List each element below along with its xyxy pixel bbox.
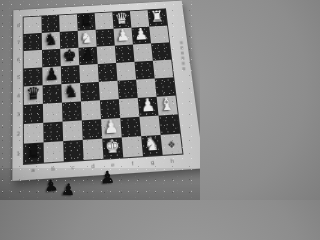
black-queen-a4[interactable]: ♛ (26, 84, 40, 102)
square-f6[interactable] (115, 45, 135, 63)
rank-label-5: 5 (14, 68, 23, 87)
square-c1[interactable] (63, 140, 83, 161)
square-e5[interactable] (98, 63, 118, 82)
square-g6[interactable] (133, 43, 153, 61)
rank-label-6: 6 (14, 50, 23, 68)
square-c8[interactable] (59, 14, 77, 32)
square-e8[interactable] (95, 12, 114, 29)
black-pawn-b5[interactable]: ♟ (45, 65, 59, 83)
board-brand-print: ≡≡≡≡≡≡ (179, 41, 192, 117)
captured-black-pawn: ♟ (43, 175, 59, 195)
black-knight-b7[interactable]: ♞ (44, 31, 58, 48)
white-pawn-f7[interactable]: ♟ (116, 27, 131, 44)
white-queen-f8[interactable]: ♛ (114, 10, 129, 26)
square-f2[interactable] (120, 117, 141, 138)
square-b5[interactable]: ♟ (42, 66, 61, 85)
square-b4[interactable] (43, 84, 62, 104)
rank-coordinate-labels: 87654321 (13, 17, 22, 164)
white-king-e1[interactable]: ♚ (105, 136, 121, 156)
square-g1[interactable]: ♞ (141, 135, 162, 156)
square-d4[interactable] (80, 82, 100, 102)
square-a1[interactable]: ♜ (24, 142, 44, 163)
rank-label-8: 8 (14, 17, 23, 34)
file-label-h: h (162, 155, 183, 167)
square-b3[interactable] (43, 103, 63, 123)
square-g7[interactable]: ♟ (131, 27, 151, 45)
square-h1[interactable]: ❖ (161, 134, 183, 155)
white-rook-h8[interactable]: ♜ (150, 8, 165, 24)
black-rook-a1[interactable]: ♜ (26, 141, 41, 161)
square-a7[interactable] (24, 33, 42, 51)
square-b7[interactable]: ♞ (42, 32, 61, 50)
rank-label-7: 7 (14, 33, 23, 51)
square-c6[interactable]: ♚ (60, 48, 79, 67)
black-pawn-d6[interactable]: ♟ (81, 46, 96, 63)
square-f5[interactable] (116, 62, 136, 81)
square-e4[interactable] (99, 81, 119, 101)
square-d5[interactable] (79, 64, 99, 83)
square-a3[interactable] (24, 104, 43, 124)
captured-black-pawn: ♟ (60, 180, 76, 200)
square-g5[interactable] (134, 61, 154, 80)
square-h5[interactable] (153, 60, 173, 79)
chess-board: 87654321 ♜♛♜♞♞♟♟♚♟♟♛♞♟♝♟♜♚♞❖ abcdefgh ≡≡… (12, 1, 200, 181)
rank-label-2: 2 (14, 123, 23, 143)
square-f7[interactable]: ♟ (114, 28, 133, 46)
square-a4[interactable]: ♛ (24, 85, 43, 105)
white-knight-d7[interactable]: ♞ (80, 29, 94, 46)
board-grid[interactable]: ♜♛♜♞♞♟♟♚♟♟♛♞♟♝♟♜♚♞❖ (23, 8, 184, 165)
square-a6[interactable] (24, 50, 43, 69)
rank-label-3: 3 (14, 104, 23, 124)
square-b1[interactable] (44, 141, 64, 162)
square-e1[interactable]: ♚ (102, 137, 123, 158)
captured-black-pawn: ♟ (99, 167, 115, 188)
white-knight-g1[interactable]: ♞ (143, 134, 160, 154)
square-h8[interactable]: ♜ (148, 9, 168, 26)
square-h2[interactable] (159, 114, 180, 135)
rank-label-1: 1 (13, 143, 22, 164)
white-pawn-g7[interactable]: ♟ (133, 26, 148, 43)
square-e7[interactable] (96, 29, 115, 47)
square-d2[interactable] (82, 119, 102, 140)
board-logo-emblem: ❖ (167, 139, 176, 150)
black-knight-c4[interactable]: ♞ (64, 82, 79, 100)
white-bishop-h3[interactable]: ♝ (159, 94, 175, 113)
file-label-g: g (142, 156, 163, 168)
square-a8[interactable] (24, 16, 42, 34)
square-d6[interactable]: ♟ (78, 47, 97, 65)
black-king-c6[interactable]: ♚ (62, 47, 76, 64)
black-rook-d8[interactable]: ♜ (79, 12, 93, 28)
square-c4[interactable]: ♞ (61, 83, 81, 103)
white-pawn-g3[interactable]: ♟ (140, 96, 156, 115)
square-f3[interactable] (119, 98, 140, 118)
square-e6[interactable] (97, 46, 116, 64)
square-h3[interactable]: ♝ (157, 96, 178, 116)
rank-label-4: 4 (14, 86, 23, 105)
square-d3[interactable] (81, 100, 101, 120)
square-f4[interactable] (117, 80, 137, 99)
square-h7[interactable] (149, 26, 169, 44)
square-g3[interactable]: ♟ (138, 97, 159, 117)
square-h6[interactable] (151, 42, 171, 60)
square-d1[interactable] (83, 139, 104, 160)
square-c2[interactable] (63, 120, 83, 141)
white-pawn-e2[interactable]: ♟ (103, 117, 119, 136)
square-b2[interactable] (43, 122, 63, 143)
square-c3[interactable] (62, 101, 82, 121)
square-f1[interactable] (122, 136, 143, 157)
